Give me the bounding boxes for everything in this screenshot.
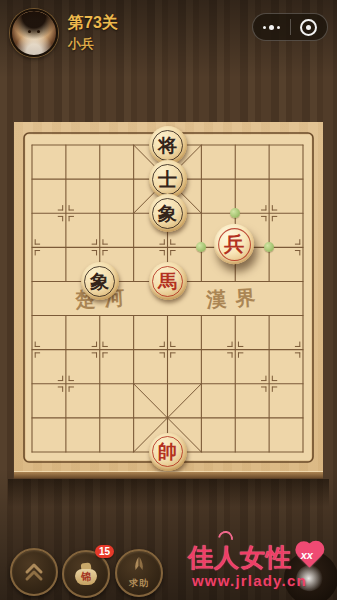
level-number: 第73关 [68, 13, 118, 34]
board-edge-bevel [14, 472, 323, 479]
exit-button[interactable] [291, 14, 328, 40]
menu-button[interactable] [10, 548, 58, 596]
xiangqi-app-screen: 第73关 小兵 楚河 漢界 将士象兵象馬帥 锦 15 [0, 0, 337, 600]
site-watermark: 佳人女性 xx www.jrlady.cn [188, 535, 337, 595]
piece-red-horse[interactable]: 馬 [149, 262, 187, 300]
piece-black-advisor[interactable]: 士 [149, 160, 187, 198]
player-avatar[interactable] [10, 9, 58, 57]
hint-count-badge: 15 [95, 545, 114, 558]
help-button[interactable]: 求助 [115, 549, 163, 597]
exit-circle-icon [300, 19, 317, 36]
piece-black-elephant[interactable]: 象 [81, 262, 119, 300]
board-drop-shadow [8, 479, 329, 507]
ellipsis-icon [269, 25, 274, 30]
xiangqi-board: 楚河 漢界 将士象兵象馬帥 [14, 122, 323, 472]
river-label-right: 漢界 [197, 284, 265, 314]
watermark-title: 佳人女性 [188, 541, 292, 574]
praying-hands-icon [128, 555, 150, 577]
watermark-heart-icon: xx [297, 543, 321, 567]
more-button[interactable] [253, 14, 290, 40]
wechat-capsule [252, 13, 328, 41]
double-chevron-up-icon [21, 560, 47, 584]
watermark-url: www.jrlady.cn [192, 572, 307, 589]
piece-red-general[interactable]: 帥 [149, 433, 187, 471]
level-name: 小兵 [68, 35, 94, 53]
piece-black-elephant[interactable]: 象 [149, 194, 187, 232]
ellipsis-icon [263, 26, 266, 29]
hint-bag-button[interactable]: 锦 15 [62, 550, 110, 598]
money-bag-icon: 锦 [75, 565, 97, 585]
ellipsis-icon [277, 26, 280, 29]
help-button-label: 求助 [117, 577, 161, 590]
piece-black-general[interactable]: 将 [149, 126, 187, 164]
